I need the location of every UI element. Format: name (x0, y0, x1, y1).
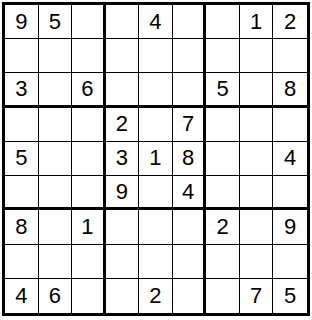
cell-r2c1[interactable] (5, 39, 39, 73)
cell-r8c3[interactable] (72, 245, 106, 279)
cell-r9c8[interactable]: 7 (240, 279, 274, 313)
cell-r7c6[interactable] (173, 210, 207, 244)
cell-r7c4[interactable] (106, 210, 140, 244)
cell-r2c6[interactable] (173, 39, 207, 73)
cell-r6c9[interactable] (273, 176, 307, 210)
cell-r6c8[interactable] (240, 176, 274, 210)
cell-r4c4[interactable]: 2 (106, 108, 140, 142)
cell-r1c1[interactable]: 9 (5, 5, 39, 39)
cell-r3c1[interactable]: 3 (5, 73, 39, 107)
cell-r5c2[interactable] (39, 142, 73, 176)
cell-r7c9[interactable]: 9 (273, 210, 307, 244)
cell-r3c8[interactable] (240, 73, 274, 107)
cell-r6c6[interactable]: 4 (173, 176, 207, 210)
cell-r2c5[interactable] (139, 39, 173, 73)
cell-r2c4[interactable] (106, 39, 140, 73)
cell-r1c3[interactable] (72, 5, 106, 39)
cell-r5c5[interactable]: 1 (139, 142, 173, 176)
cell-r3c6[interactable] (173, 73, 207, 107)
cell-r4c2[interactable] (39, 108, 73, 142)
cell-r6c2[interactable] (39, 176, 73, 210)
cell-r9c6[interactable] (173, 279, 207, 313)
cell-r3c3[interactable]: 6 (72, 73, 106, 107)
cell-r1c2[interactable]: 5 (39, 5, 73, 39)
cell-r5c8[interactable] (240, 142, 274, 176)
cell-r9c9[interactable]: 5 (273, 279, 307, 313)
cell-r3c9[interactable]: 8 (273, 73, 307, 107)
cell-r8c2[interactable] (39, 245, 73, 279)
cell-r8c1[interactable] (5, 245, 39, 279)
sudoku-board: 954123658275318494812946275 (2, 2, 310, 316)
cell-r1c4[interactable] (106, 5, 140, 39)
cell-r3c5[interactable] (139, 73, 173, 107)
cell-r6c3[interactable] (72, 176, 106, 210)
cell-r8c7[interactable] (206, 245, 240, 279)
cell-r8c8[interactable] (240, 245, 274, 279)
cell-r5c4[interactable]: 3 (106, 142, 140, 176)
cell-r7c1[interactable]: 8 (5, 210, 39, 244)
cell-r2c7[interactable] (206, 39, 240, 73)
cell-r2c2[interactable] (39, 39, 73, 73)
cell-r1c8[interactable]: 1 (240, 5, 274, 39)
cell-r4c5[interactable] (139, 108, 173, 142)
cell-r1c7[interactable] (206, 5, 240, 39)
cell-r1c9[interactable]: 2 (273, 5, 307, 39)
cell-r1c6[interactable] (173, 5, 207, 39)
cell-r5c6[interactable]: 8 (173, 142, 207, 176)
cell-r2c8[interactable] (240, 39, 274, 73)
cell-r9c5[interactable]: 2 (139, 279, 173, 313)
cell-r2c3[interactable] (72, 39, 106, 73)
cell-r7c8[interactable] (240, 210, 274, 244)
cell-r9c3[interactable] (72, 279, 106, 313)
cell-r7c3[interactable]: 1 (72, 210, 106, 244)
cell-r2c9[interactable] (273, 39, 307, 73)
cell-r4c6[interactable]: 7 (173, 108, 207, 142)
cell-r8c6[interactable] (173, 245, 207, 279)
cell-r5c1[interactable]: 5 (5, 142, 39, 176)
cell-r8c9[interactable] (273, 245, 307, 279)
cell-r4c7[interactable] (206, 108, 240, 142)
cell-r3c7[interactable]: 5 (206, 73, 240, 107)
cell-r6c7[interactable] (206, 176, 240, 210)
cell-r7c7[interactable]: 2 (206, 210, 240, 244)
cell-r8c5[interactable] (139, 245, 173, 279)
cell-r5c9[interactable]: 4 (273, 142, 307, 176)
cell-r8c4[interactable] (106, 245, 140, 279)
cell-r7c2[interactable] (39, 210, 73, 244)
cell-r7c5[interactable] (139, 210, 173, 244)
cell-r5c3[interactable] (72, 142, 106, 176)
cell-r3c4[interactable] (106, 73, 140, 107)
cell-r4c1[interactable] (5, 108, 39, 142)
cell-r9c7[interactable] (206, 279, 240, 313)
cell-r9c1[interactable]: 4 (5, 279, 39, 313)
cell-r6c5[interactable] (139, 176, 173, 210)
cell-r9c4[interactable] (106, 279, 140, 313)
cell-r9c2[interactable]: 6 (39, 279, 73, 313)
cell-r6c4[interactable]: 9 (106, 176, 140, 210)
cell-r5c7[interactable] (206, 142, 240, 176)
cell-r4c3[interactable] (72, 108, 106, 142)
cell-r3c2[interactable] (39, 73, 73, 107)
cell-r4c9[interactable] (273, 108, 307, 142)
sudoku-page: 954123658275318494812946275 (0, 0, 312, 320)
cell-r6c1[interactable] (5, 176, 39, 210)
cell-r4c8[interactable] (240, 108, 274, 142)
cell-r1c5[interactable]: 4 (139, 5, 173, 39)
